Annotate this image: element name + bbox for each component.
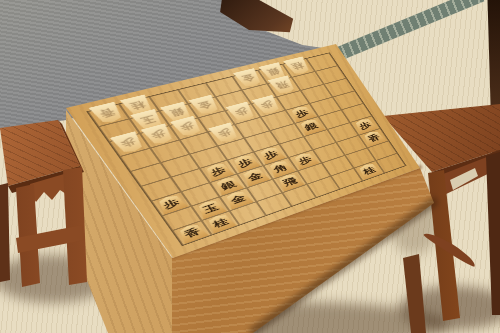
piece-kanji: 桂 [362,166,377,176]
piece-kanji: 角 [272,163,289,174]
piece-kanji: 香 [366,133,381,143]
piece-kanji: 歩 [358,121,373,131]
piece-kanji: 歩 [263,149,280,160]
piece-kanji: 玉 [139,115,157,126]
piece-kanji: 銀 [303,121,319,131]
piece-kanji: 銀 [219,180,238,191]
piece-kanji: 歩 [209,166,228,177]
piece-kanji: 桂 [129,100,147,111]
shogi-room-scene: 香桂金銀桂玉銀金飛歩歩歩歩歩歩歩銀歩歩歩歩歩銀金角歩香玉金飛香桂桂 [0,0,500,333]
piece-kanji: 金 [229,194,247,206]
piece-kanji: 飛 [281,176,298,187]
piece-kanji: 金 [246,171,264,182]
piece-kanji: 飛 [275,80,290,90]
piece-kanji: 歩 [234,107,250,117]
piece-kanji: 銀 [169,107,187,118]
piece-kanji: 歩 [259,100,275,110]
piece-kanji: 銀 [266,67,281,77]
piece-kanji: 玉 [201,203,220,215]
piece-kanji: 金 [241,73,257,83]
piece-kanji: 桂 [211,217,230,229]
piece-kanji: 歩 [149,129,167,140]
piece-kanji: 金 [197,100,214,110]
piece-kanji: 歩 [294,108,310,118]
piece-kanji: 歩 [162,198,182,210]
piece-kanji: 香 [182,227,202,239]
piece-kanji: 歩 [297,155,314,166]
piece-kanji: 歩 [216,128,233,139]
piece-kanji: 桂 [290,61,305,70]
piece-kanji: 歩 [179,122,197,133]
piece-kanji: 歩 [236,157,254,168]
komadai-left [0,100,130,333]
